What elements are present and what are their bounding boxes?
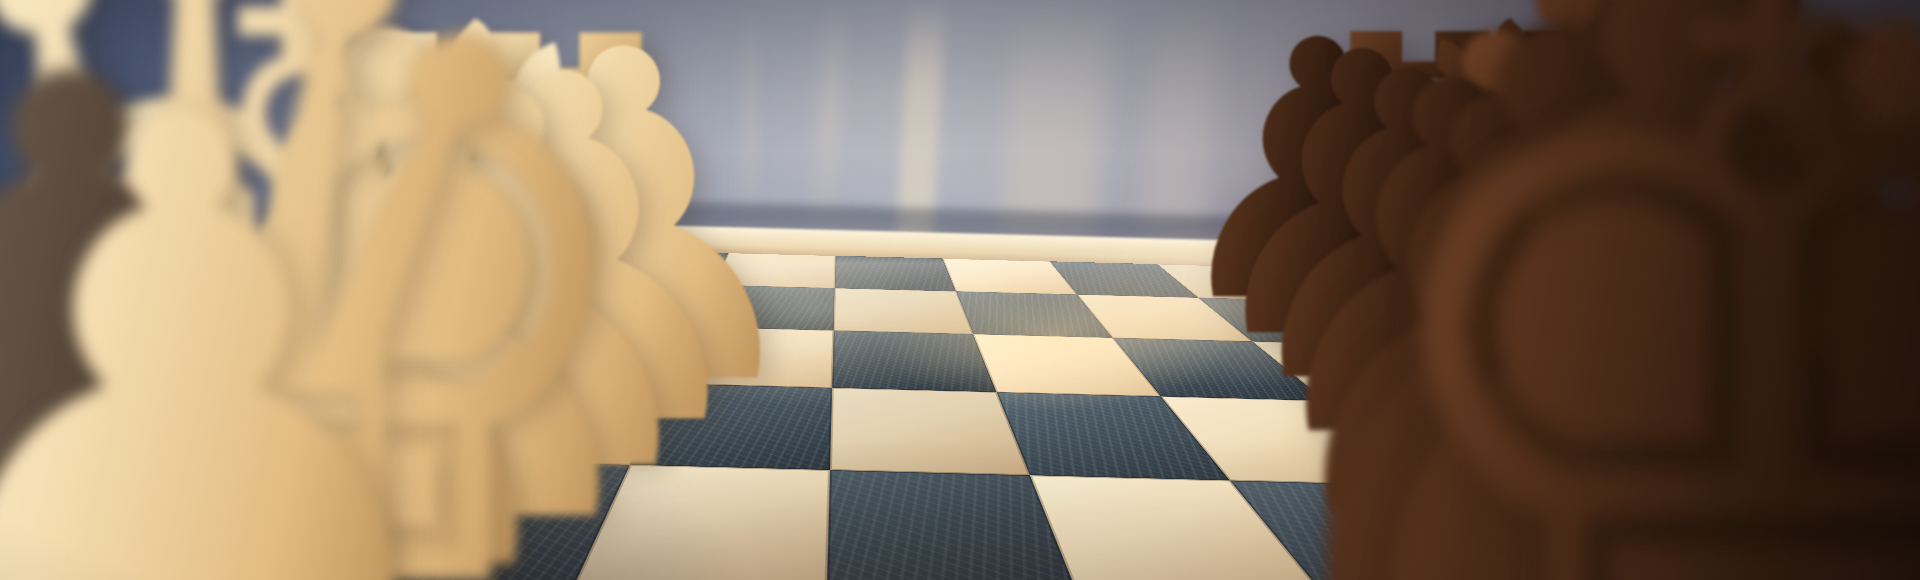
- black-king: ♚: [1322, 0, 1920, 580]
- square-r2c4: [832, 330, 996, 392]
- square-r1c4: [834, 288, 974, 334]
- chess-photo: ♟♟♛♚♟♝♞♜♟♟♟♟♟♟♟♟♟♟♟♜♞♝♛♚♝♟: [0, 0, 1920, 580]
- white-pawn: ♟: [0, 0, 497, 580]
- square-r0c4: [835, 256, 956, 292]
